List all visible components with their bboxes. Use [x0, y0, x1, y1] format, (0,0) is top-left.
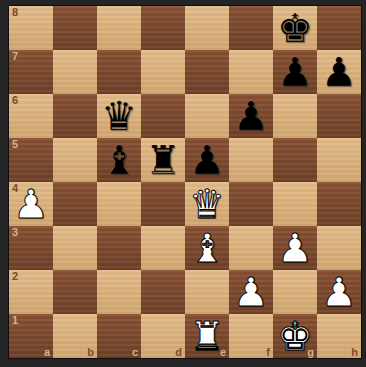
square-g6[interactable]: [273, 94, 317, 138]
square-g1[interactable]: g♚: [273, 314, 317, 358]
square-g2[interactable]: [273, 270, 317, 314]
black-pawn-g7[interactable]: ♟: [277, 50, 313, 94]
black-pawn-h7[interactable]: ♟: [321, 50, 357, 94]
file-label-c: c: [132, 346, 138, 358]
rank-label-1: 1: [12, 314, 18, 327]
square-h2[interactable]: ♟: [317, 270, 361, 314]
square-b8[interactable]: [53, 6, 97, 50]
square-f6[interactable]: ♟: [229, 94, 273, 138]
square-d7[interactable]: [141, 50, 185, 94]
square-a2[interactable]: 2: [9, 270, 53, 314]
square-d2[interactable]: [141, 270, 185, 314]
square-h1[interactable]: h: [317, 314, 361, 358]
white-pawn-h2[interactable]: ♟: [321, 270, 357, 314]
square-a3[interactable]: 3: [9, 226, 53, 270]
square-e8[interactable]: [185, 6, 229, 50]
square-b7[interactable]: [53, 50, 97, 94]
square-e4[interactable]: ♛: [185, 182, 229, 226]
square-b4[interactable]: [53, 182, 97, 226]
square-f7[interactable]: [229, 50, 273, 94]
black-pawn-f6[interactable]: ♟: [233, 94, 269, 138]
square-a4[interactable]: 4♟: [9, 182, 53, 226]
square-h8[interactable]: [317, 6, 361, 50]
square-g4[interactable]: [273, 182, 317, 226]
black-rook-d5[interactable]: ♜: [145, 138, 181, 182]
black-king-g8[interactable]: ♚: [277, 6, 313, 50]
square-e2[interactable]: [185, 270, 229, 314]
white-bishop-e3[interactable]: ♝: [189, 226, 225, 270]
square-h7[interactable]: ♟: [317, 50, 361, 94]
square-c7[interactable]: [97, 50, 141, 94]
square-f8[interactable]: [229, 6, 273, 50]
square-c5[interactable]: ♝: [97, 138, 141, 182]
square-b6[interactable]: [53, 94, 97, 138]
rank-label-6: 6: [12, 94, 18, 107]
square-e6[interactable]: [185, 94, 229, 138]
square-e7[interactable]: [185, 50, 229, 94]
square-h5[interactable]: [317, 138, 361, 182]
square-g3[interactable]: ♟: [273, 226, 317, 270]
square-e5[interactable]: ♟: [185, 138, 229, 182]
square-c2[interactable]: [97, 270, 141, 314]
square-a6[interactable]: 6: [9, 94, 53, 138]
square-h3[interactable]: [317, 226, 361, 270]
square-b1[interactable]: b: [53, 314, 97, 358]
chess-app-window: 8♚7♟♟6♛♟5♝♜♟4♟♛3♝♟2♟♟1abcde♜fg♚h: [0, 0, 366, 367]
square-d8[interactable]: [141, 6, 185, 50]
square-d3[interactable]: [141, 226, 185, 270]
rank-label-7: 7: [12, 50, 18, 63]
white-pawn-f2[interactable]: ♟: [233, 270, 269, 314]
square-b2[interactable]: [53, 270, 97, 314]
square-b5[interactable]: [53, 138, 97, 182]
file-label-h: h: [351, 346, 358, 358]
square-a8[interactable]: 8: [9, 6, 53, 50]
square-a1[interactable]: 1a: [9, 314, 53, 358]
square-d1[interactable]: d: [141, 314, 185, 358]
white-pawn-a4[interactable]: ♟: [13, 182, 49, 226]
rank-label-2: 2: [12, 270, 18, 283]
file-label-f: f: [266, 346, 270, 358]
black-bishop-c5[interactable]: ♝: [101, 138, 137, 182]
square-g5[interactable]: [273, 138, 317, 182]
square-c8[interactable]: [97, 6, 141, 50]
rank-label-5: 5: [12, 138, 18, 151]
white-rook-e1[interactable]: ♜: [189, 314, 225, 358]
white-queen-e4[interactable]: ♛: [189, 182, 225, 226]
white-pawn-g3[interactable]: ♟: [277, 226, 313, 270]
file-label-b: b: [87, 346, 94, 358]
square-c4[interactable]: [97, 182, 141, 226]
square-g8[interactable]: ♚: [273, 6, 317, 50]
square-h4[interactable]: [317, 182, 361, 226]
square-d4[interactable]: [141, 182, 185, 226]
square-d6[interactable]: [141, 94, 185, 138]
square-f3[interactable]: [229, 226, 273, 270]
rank-label-3: 3: [12, 226, 18, 239]
square-h6[interactable]: [317, 94, 361, 138]
square-f5[interactable]: [229, 138, 273, 182]
square-b3[interactable]: [53, 226, 97, 270]
square-d5[interactable]: ♜: [141, 138, 185, 182]
square-e1[interactable]: e♜: [185, 314, 229, 358]
chess-board: 8♚7♟♟6♛♟5♝♜♟4♟♛3♝♟2♟♟1abcde♜fg♚h: [9, 6, 361, 358]
square-a5[interactable]: 5: [9, 138, 53, 182]
file-label-a: a: [44, 346, 50, 358]
square-c3[interactable]: [97, 226, 141, 270]
square-f1[interactable]: f: [229, 314, 273, 358]
square-c1[interactable]: c: [97, 314, 141, 358]
rank-label-8: 8: [12, 6, 18, 19]
square-f4[interactable]: [229, 182, 273, 226]
square-e3[interactable]: ♝: [185, 226, 229, 270]
black-pawn-e5[interactable]: ♟: [189, 138, 225, 182]
square-g7[interactable]: ♟: [273, 50, 317, 94]
file-label-d: d: [175, 346, 182, 358]
square-c6[interactable]: ♛: [97, 94, 141, 138]
square-a7[interactable]: 7: [9, 50, 53, 94]
white-king-g1[interactable]: ♚: [277, 314, 313, 358]
black-queen-c6[interactable]: ♛: [101, 94, 137, 138]
square-f2[interactable]: ♟: [229, 270, 273, 314]
